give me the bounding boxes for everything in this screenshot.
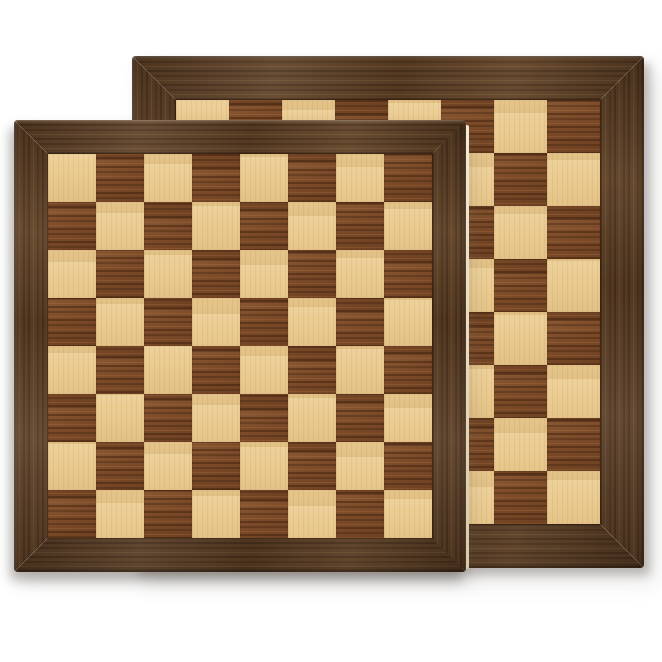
- board-square: [336, 442, 384, 490]
- board-square: [240, 346, 288, 394]
- board-square: [288, 394, 336, 442]
- board-square: [336, 250, 384, 298]
- board-square: [547, 100, 600, 153]
- board-square: [48, 202, 96, 250]
- board-square: [547, 365, 600, 418]
- board-square: [240, 298, 288, 346]
- board-square: [336, 346, 384, 394]
- board-square: [336, 298, 384, 346]
- board-square: [144, 298, 192, 346]
- board-square: [288, 346, 336, 394]
- board-square: [547, 153, 600, 206]
- back-board-frame-top: [132, 56, 644, 100]
- front-board-frame-right: [432, 120, 466, 572]
- board-square: [384, 490, 432, 538]
- board-square: [96, 442, 144, 490]
- board-square: [48, 442, 96, 490]
- front-board-frame-bottom: [14, 538, 466, 572]
- board-square: [494, 259, 547, 312]
- board-square: [547, 206, 600, 259]
- board-square: [336, 154, 384, 202]
- board-square: [192, 346, 240, 394]
- front-board-side-edge: [466, 125, 469, 569]
- board-square: [96, 490, 144, 538]
- board-square: [144, 442, 192, 490]
- board-square: [240, 394, 288, 442]
- board-square: [288, 442, 336, 490]
- board-square: [384, 346, 432, 394]
- board-square: [547, 312, 600, 365]
- board-square: [48, 154, 96, 202]
- board-square: [288, 250, 336, 298]
- board-square: [547, 418, 600, 471]
- board-square: [192, 394, 240, 442]
- board-square: [494, 418, 547, 471]
- board-square: [144, 154, 192, 202]
- board-square: [240, 250, 288, 298]
- board-square: [96, 298, 144, 346]
- board-square: [288, 298, 336, 346]
- board-square: [288, 490, 336, 538]
- board-square: [494, 365, 547, 418]
- board-square: [336, 394, 384, 442]
- board-square: [192, 202, 240, 250]
- board-square: [144, 394, 192, 442]
- board-square: [144, 490, 192, 538]
- board-square: [96, 346, 144, 394]
- board-square: [96, 202, 144, 250]
- board-square: [144, 202, 192, 250]
- board-square: [96, 394, 144, 442]
- board-square: [192, 442, 240, 490]
- board-square: [547, 259, 600, 312]
- board-square: [384, 298, 432, 346]
- board-square: [288, 154, 336, 202]
- board-square: [240, 202, 288, 250]
- board-square: [48, 346, 96, 394]
- board-square: [240, 490, 288, 538]
- board-square: [494, 206, 547, 259]
- board-square: [192, 154, 240, 202]
- back-board-frame-right: [600, 56, 644, 568]
- board-square: [192, 490, 240, 538]
- board-square: [144, 250, 192, 298]
- board-square: [240, 154, 288, 202]
- board-square: [96, 154, 144, 202]
- front-board-playing-surface: [48, 154, 432, 538]
- board-square: [384, 154, 432, 202]
- board-square: [336, 202, 384, 250]
- board-square: [48, 250, 96, 298]
- board-square: [192, 298, 240, 346]
- board-square: [48, 298, 96, 346]
- board-square: [384, 394, 432, 442]
- front-chessboard: [14, 120, 466, 572]
- board-square: [547, 471, 600, 524]
- board-square: [48, 490, 96, 538]
- board-square: [384, 202, 432, 250]
- board-square: [494, 100, 547, 153]
- board-square: [494, 471, 547, 524]
- front-board-frame-top: [14, 120, 466, 154]
- board-square: [96, 250, 144, 298]
- board-square: [494, 312, 547, 365]
- board-square: [336, 490, 384, 538]
- board-square: [384, 442, 432, 490]
- front-board-frame-left: [14, 120, 48, 572]
- board-square: [494, 153, 547, 206]
- board-square: [240, 442, 288, 490]
- board-square: [192, 250, 240, 298]
- board-square: [288, 202, 336, 250]
- board-square: [384, 250, 432, 298]
- board-square: [48, 394, 96, 442]
- product-photo-scene: [0, 0, 662, 662]
- board-square: [144, 346, 192, 394]
